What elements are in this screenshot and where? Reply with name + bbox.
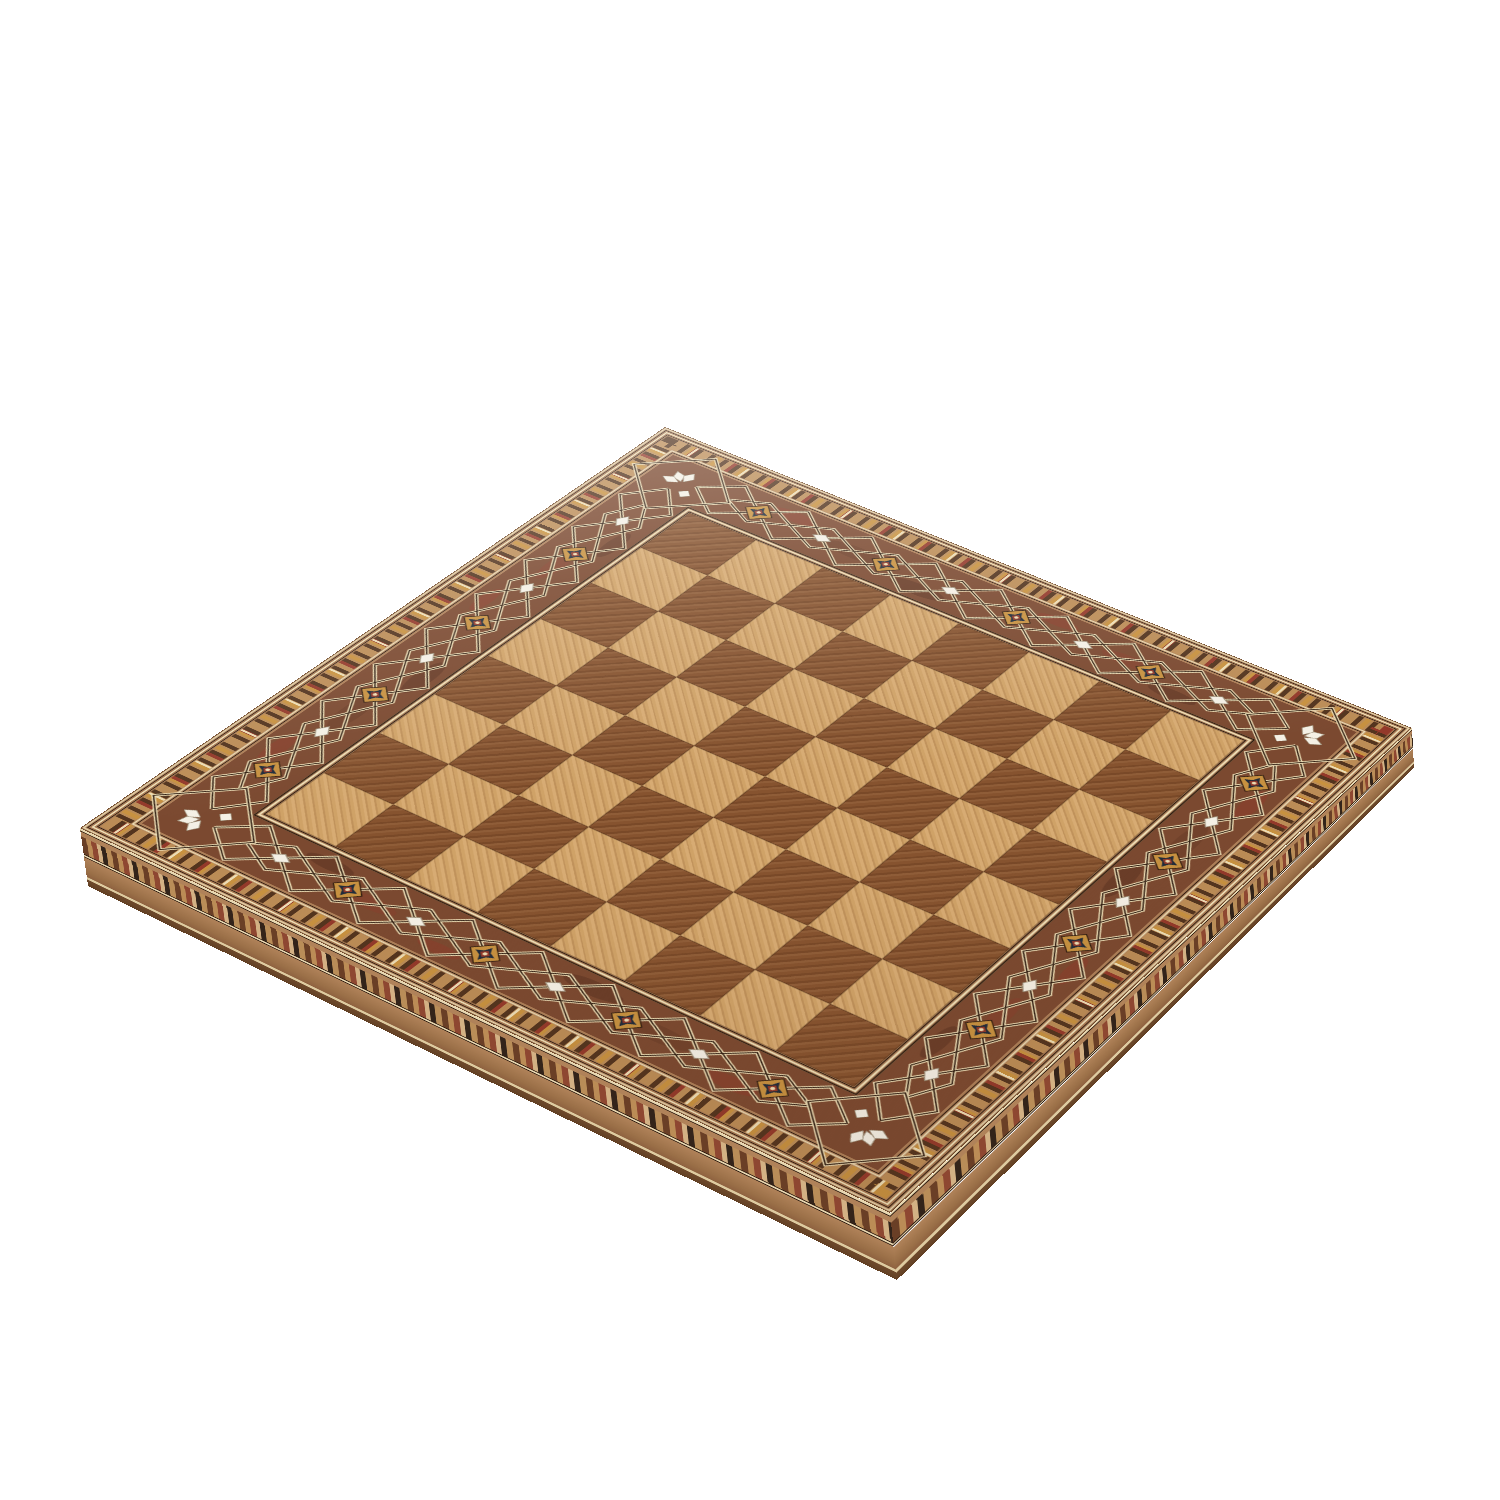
chessboard [80,427,1412,1213]
product-photo [0,0,1500,1500]
